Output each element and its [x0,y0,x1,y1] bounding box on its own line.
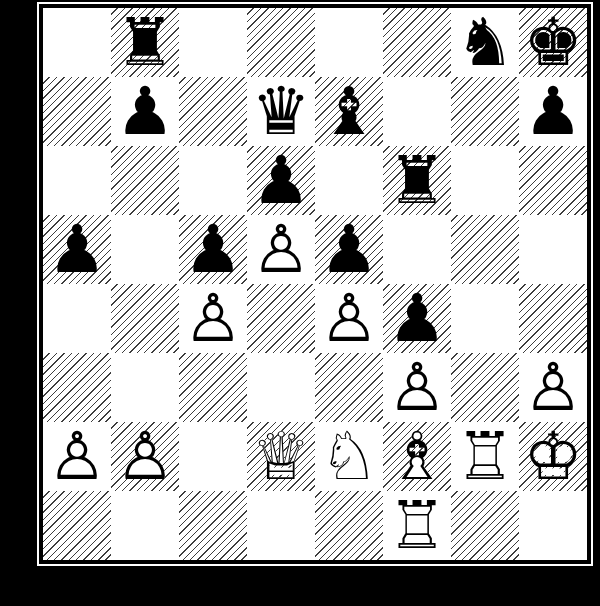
square-e4[interactable]: ♟♙ [315,284,383,353]
piece-black-rook[interactable]: ♜ [111,8,179,77]
square-g6[interactable] [451,146,519,215]
piece-glyph: ♟ [115,79,174,145]
piece-glyph: ♛ [251,79,310,145]
square-a2[interactable]: ♟♙ [43,422,111,491]
piece-black-pawn[interactable]: ♟ [247,146,315,215]
chessboard-border: ♜♞♚♟♛♝♟♟♜♟♟♟♙♟♟♙♟♙♟♟♙♟♙♟♙♟♙♛♕♞♘♝♗♜♖♚♔♜♖ [39,4,591,564]
piece-white-pawn[interactable]: ♟♙ [247,215,315,284]
chessboard-frame: ♜♞♚♟♛♝♟♟♜♟♟♟♙♟♟♙♟♙♟♟♙♟♙♟♙♟♙♛♕♞♘♝♗♜♖♚♔♜♖ [37,2,593,566]
square-e3[interactable] [315,353,383,422]
piece-white-pawn[interactable]: ♟♙ [111,422,179,491]
square-f4[interactable]: ♟ [383,284,451,353]
square-f5[interactable] [383,215,451,284]
piece-black-pawn[interactable]: ♟ [519,77,587,146]
piece-black-queen[interactable]: ♛ [247,77,315,146]
piece-white-queen[interactable]: ♛♕ [247,422,315,491]
square-e6[interactable] [315,146,383,215]
square-a8[interactable] [43,8,111,77]
piece-glyph: ♞ [455,10,514,76]
piece-outline: ♙ [183,286,242,352]
piece-glyph: ♝ [319,79,378,145]
piece-outline: ♖ [387,493,446,559]
square-c7[interactable] [179,77,247,146]
piece-black-bishop[interactable]: ♝ [315,77,383,146]
piece-glyph: ♟ [523,79,582,145]
piece-white-pawn[interactable]: ♟♙ [43,422,111,491]
piece-glyph: ♜ [387,148,446,214]
square-f7[interactable] [383,77,451,146]
piece-outline: ♙ [47,424,106,490]
piece-glyph: ♟ [47,217,106,283]
piece-white-pawn[interactable]: ♟♙ [383,353,451,422]
square-f6[interactable]: ♜ [383,146,451,215]
square-a5[interactable]: ♟ [43,215,111,284]
square-f1[interactable]: ♜♖ [383,491,451,560]
piece-black-king[interactable]: ♚ [519,8,587,77]
square-b8[interactable]: ♜ [111,8,179,77]
piece-white-bishop[interactable]: ♝♗ [383,422,451,491]
piece-white-rook[interactable]: ♜♖ [451,422,519,491]
piece-black-pawn[interactable]: ♟ [315,215,383,284]
piece-white-king[interactable]: ♚♔ [519,422,587,491]
piece-glyph: ♜ [115,10,174,76]
square-e2[interactable]: ♞♘ [315,422,383,491]
piece-white-rook[interactable]: ♜♖ [383,491,451,560]
square-c8[interactable] [179,8,247,77]
square-e5[interactable]: ♟ [315,215,383,284]
square-d5[interactable]: ♟♙ [247,215,315,284]
square-c1[interactable] [179,491,247,560]
piece-black-pawn[interactable]: ♟ [179,215,247,284]
square-b1[interactable] [111,491,179,560]
square-b6[interactable] [111,146,179,215]
square-c6[interactable] [179,146,247,215]
square-f3[interactable]: ♟♙ [383,353,451,422]
chess-diagram-page: ♜♞♚♟♛♝♟♟♜♟♟♟♙♟♟♙♟♙♟♟♙♟♙♟♙♟♙♛♕♞♘♝♗♜♖♚♔♜♖ [0,0,600,606]
square-a7[interactable] [43,77,111,146]
square-a1[interactable] [43,491,111,560]
square-c2[interactable] [179,422,247,491]
square-g2[interactable]: ♜♖ [451,422,519,491]
piece-white-pawn[interactable]: ♟♙ [179,284,247,353]
square-b5[interactable] [111,215,179,284]
piece-outline: ♙ [251,217,310,283]
square-g3[interactable] [451,353,519,422]
square-f2[interactable]: ♝♗ [383,422,451,491]
square-h3[interactable]: ♟♙ [519,353,587,422]
piece-white-pawn[interactable]: ♟♙ [519,353,587,422]
piece-glyph: ♟ [251,148,310,214]
piece-black-pawn[interactable]: ♟ [43,215,111,284]
square-g7[interactable] [451,77,519,146]
square-e1[interactable] [315,491,383,560]
square-a6[interactable] [43,146,111,215]
piece-black-pawn[interactable]: ♟ [383,284,451,353]
square-d2[interactable]: ♛♕ [247,422,315,491]
piece-glyph: ♟ [387,286,446,352]
piece-outline: ♙ [319,286,378,352]
square-b7[interactable]: ♟ [111,77,179,146]
square-e8[interactable] [315,8,383,77]
square-b2[interactable]: ♟♙ [111,422,179,491]
square-f8[interactable] [383,8,451,77]
piece-outline: ♙ [115,424,174,490]
piece-glyph: ♟ [183,217,242,283]
square-h2[interactable]: ♚♔ [519,422,587,491]
square-h7[interactable]: ♟ [519,77,587,146]
square-h8[interactable]: ♚ [519,8,587,77]
square-c3[interactable] [179,353,247,422]
square-g5[interactable] [451,215,519,284]
piece-outline: ♘ [319,424,378,490]
square-b4[interactable] [111,284,179,353]
square-g8[interactable]: ♞ [451,8,519,77]
piece-glyph: ♟ [319,217,378,283]
square-h1[interactable] [519,491,587,560]
square-d3[interactable] [247,353,315,422]
square-h5[interactable] [519,215,587,284]
piece-black-pawn[interactable]: ♟ [111,77,179,146]
square-d7[interactable]: ♛ [247,77,315,146]
piece-glyph: ♚ [523,10,582,76]
piece-white-knight[interactable]: ♞♘ [315,422,383,491]
square-h6[interactable] [519,146,587,215]
piece-outline: ♕ [251,424,310,490]
square-g1[interactable] [451,491,519,560]
square-d4[interactable] [247,284,315,353]
square-e7[interactable]: ♝ [315,77,383,146]
piece-outline: ♖ [455,424,514,490]
square-c4[interactable]: ♟♙ [179,284,247,353]
piece-black-knight[interactable]: ♞ [451,8,519,77]
piece-white-pawn[interactable]: ♟♙ [315,284,383,353]
square-a3[interactable] [43,353,111,422]
square-d6[interactable]: ♟ [247,146,315,215]
piece-outline: ♔ [523,424,582,490]
square-c5[interactable]: ♟ [179,215,247,284]
chessboard-grid: ♜♞♚♟♛♝♟♟♜♟♟♟♙♟♟♙♟♙♟♟♙♟♙♟♙♟♙♛♕♞♘♝♗♜♖♚♔♜♖ [43,8,587,560]
square-h4[interactable] [519,284,587,353]
piece-outline: ♙ [387,355,446,421]
piece-black-rook[interactable]: ♜ [383,146,451,215]
square-d1[interactable] [247,491,315,560]
square-a4[interactable] [43,284,111,353]
square-d8[interactable] [247,8,315,77]
piece-outline: ♗ [387,424,446,490]
piece-outline: ♙ [523,355,582,421]
square-b3[interactable] [111,353,179,422]
square-g4[interactable] [451,284,519,353]
